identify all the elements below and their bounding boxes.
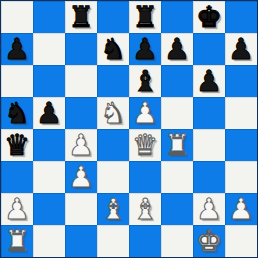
square-h5[interactable] bbox=[225, 97, 257, 129]
square-f4[interactable]: ♜ bbox=[161, 129, 193, 161]
black-pawn[interactable]: ♟ bbox=[228, 33, 254, 65]
black-pawn[interactable]: ♟ bbox=[164, 33, 190, 65]
white-knight[interactable]: ♞ bbox=[100, 97, 126, 129]
square-e7[interactable]: ♟ bbox=[129, 33, 161, 65]
square-h2[interactable]: ♟ bbox=[225, 193, 257, 225]
square-a6[interactable] bbox=[1, 65, 33, 97]
square-a2[interactable]: ♟ bbox=[1, 193, 33, 225]
white-queen[interactable]: ♛ bbox=[132, 129, 158, 161]
square-g7[interactable] bbox=[193, 33, 225, 65]
black-queen[interactable]: ♛ bbox=[4, 129, 30, 161]
square-h8[interactable] bbox=[225, 1, 257, 33]
square-d5[interactable]: ♞ bbox=[97, 97, 129, 129]
white-pawn[interactable]: ♟ bbox=[4, 193, 30, 225]
square-d2[interactable]: ♝ bbox=[97, 193, 129, 225]
square-b4[interactable] bbox=[33, 129, 65, 161]
square-c7[interactable] bbox=[65, 33, 97, 65]
square-f8[interactable] bbox=[161, 1, 193, 33]
square-f2[interactable] bbox=[161, 193, 193, 225]
square-e6[interactable]: ♝ bbox=[129, 65, 161, 97]
square-f5[interactable] bbox=[161, 97, 193, 129]
white-rook[interactable]: ♜ bbox=[4, 225, 30, 257]
black-knight[interactable]: ♞ bbox=[4, 97, 30, 129]
square-d8[interactable] bbox=[97, 1, 129, 33]
square-c5[interactable] bbox=[65, 97, 97, 129]
square-f3[interactable] bbox=[161, 161, 193, 193]
square-h7[interactable]: ♟ bbox=[225, 33, 257, 65]
square-a4[interactable]: ♛ bbox=[1, 129, 33, 161]
square-c4[interactable]: ♟ bbox=[65, 129, 97, 161]
square-b2[interactable] bbox=[33, 193, 65, 225]
square-h4[interactable] bbox=[225, 129, 257, 161]
black-pawn[interactable]: ♟ bbox=[36, 97, 62, 129]
square-a1[interactable]: ♜ bbox=[1, 225, 33, 257]
square-g5[interactable] bbox=[193, 97, 225, 129]
square-f1[interactable] bbox=[161, 225, 193, 257]
square-g2[interactable]: ♟ bbox=[193, 193, 225, 225]
square-g6[interactable]: ♟ bbox=[193, 65, 225, 97]
square-d1[interactable] bbox=[97, 225, 129, 257]
square-c1[interactable] bbox=[65, 225, 97, 257]
square-f7[interactable]: ♟ bbox=[161, 33, 193, 65]
square-b1[interactable] bbox=[33, 225, 65, 257]
white-pawn[interactable]: ♟ bbox=[196, 193, 222, 225]
white-bishop[interactable]: ♝ bbox=[132, 193, 158, 225]
square-b3[interactable] bbox=[33, 161, 65, 193]
square-b6[interactable] bbox=[33, 65, 65, 97]
white-pawn[interactable]: ♟ bbox=[132, 97, 158, 129]
square-g3[interactable] bbox=[193, 161, 225, 193]
square-c3[interactable]: ♟ bbox=[65, 161, 97, 193]
square-g1[interactable]: ♚ bbox=[193, 225, 225, 257]
square-d6[interactable] bbox=[97, 65, 129, 97]
square-g8[interactable]: ♚ bbox=[193, 1, 225, 33]
black-bishop[interactable]: ♝ bbox=[132, 65, 158, 97]
chess-board-frame: ♜♜♚♟♞♟♟♟♝♟♞♟♞♟♛♟♛♜♟♟♝♝♟♟♜♚ bbox=[0, 0, 258, 258]
square-c6[interactable] bbox=[65, 65, 97, 97]
square-e8[interactable]: ♜ bbox=[129, 1, 161, 33]
square-h6[interactable] bbox=[225, 65, 257, 97]
square-a7[interactable]: ♟ bbox=[1, 33, 33, 65]
square-b5[interactable]: ♟ bbox=[33, 97, 65, 129]
square-e3[interactable] bbox=[129, 161, 161, 193]
square-f6[interactable] bbox=[161, 65, 193, 97]
square-c8[interactable]: ♜ bbox=[65, 1, 97, 33]
white-pawn[interactable]: ♟ bbox=[68, 129, 94, 161]
square-e2[interactable]: ♝ bbox=[129, 193, 161, 225]
square-h1[interactable] bbox=[225, 225, 257, 257]
square-h3[interactable] bbox=[225, 161, 257, 193]
square-e4[interactable]: ♛ bbox=[129, 129, 161, 161]
square-a5[interactable]: ♞ bbox=[1, 97, 33, 129]
black-pawn[interactable]: ♟ bbox=[196, 65, 222, 97]
black-knight[interactable]: ♞ bbox=[100, 33, 126, 65]
chess-board: ♜♜♚♟♞♟♟♟♝♟♞♟♞♟♛♟♛♜♟♟♝♝♟♟♜♚ bbox=[1, 1, 257, 257]
black-rook[interactable]: ♜ bbox=[68, 1, 94, 33]
square-d4[interactable] bbox=[97, 129, 129, 161]
square-a3[interactable] bbox=[1, 161, 33, 193]
square-b8[interactable] bbox=[33, 1, 65, 33]
black-king[interactable]: ♚ bbox=[196, 1, 222, 33]
black-rook[interactable]: ♜ bbox=[132, 1, 158, 33]
square-a8[interactable] bbox=[1, 1, 33, 33]
square-e1[interactable] bbox=[129, 225, 161, 257]
white-bishop[interactable]: ♝ bbox=[100, 193, 126, 225]
white-king[interactable]: ♚ bbox=[196, 225, 222, 257]
black-pawn[interactable]: ♟ bbox=[132, 33, 158, 65]
black-pawn[interactable]: ♟ bbox=[4, 33, 30, 65]
square-d3[interactable] bbox=[97, 161, 129, 193]
square-b7[interactable] bbox=[33, 33, 65, 65]
square-d7[interactable]: ♞ bbox=[97, 33, 129, 65]
square-e5[interactable]: ♟ bbox=[129, 97, 161, 129]
white-pawn[interactable]: ♟ bbox=[68, 161, 94, 193]
square-g4[interactable] bbox=[193, 129, 225, 161]
square-c2[interactable] bbox=[65, 193, 97, 225]
white-pawn[interactable]: ♟ bbox=[228, 193, 254, 225]
white-rook[interactable]: ♜ bbox=[164, 129, 190, 161]
